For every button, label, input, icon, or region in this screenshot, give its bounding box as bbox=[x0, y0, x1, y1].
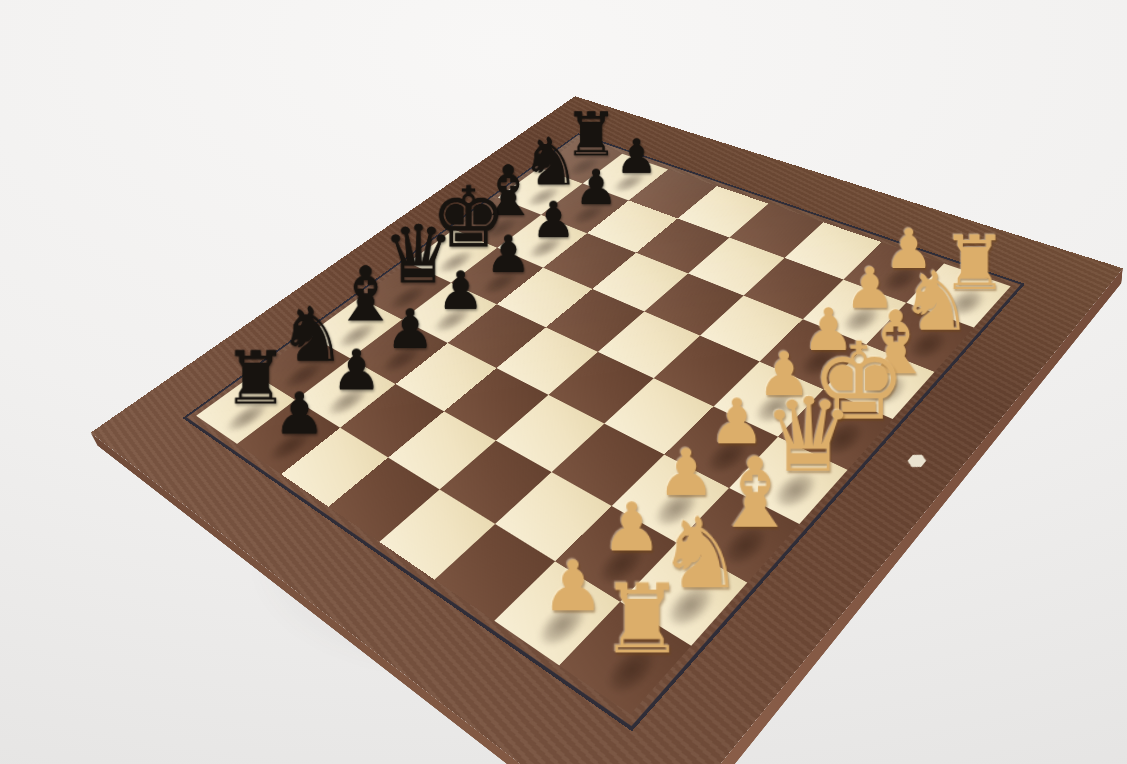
square-f8[interactable]: ♝ bbox=[454, 198, 541, 248]
square-f4[interactable] bbox=[644, 273, 743, 335]
piece-black-king: ♚ bbox=[431, 176, 496, 260]
square-e6[interactable] bbox=[497, 268, 592, 328]
square-e5[interactable] bbox=[546, 289, 645, 352]
piece-shadow bbox=[368, 336, 436, 383]
piece-shadow bbox=[471, 210, 531, 247]
piece-black-queen: ♛ bbox=[382, 215, 449, 295]
perspective-scene: ♜♞♝♛♚♝♞♜♟♟♟♟♟♟♟♟♟♟♟♟♟♟♟♟♜♞♝♛♚♝♞♜ bbox=[0, 0, 1127, 764]
square-b6[interactable] bbox=[340, 384, 444, 457]
piece-shadow bbox=[420, 298, 485, 342]
piece-white-rook: ♜ bbox=[595, 571, 690, 666]
square-g8[interactable]: ♞ bbox=[498, 168, 583, 215]
square-f5[interactable] bbox=[592, 253, 688, 312]
square-g6[interactable] bbox=[587, 200, 677, 252]
square-g7[interactable]: ♟ bbox=[541, 184, 629, 234]
piece-black-bishop: ♝ bbox=[331, 258, 400, 333]
square-e4[interactable] bbox=[598, 311, 700, 378]
square-h5[interactable] bbox=[678, 186, 769, 238]
piece-black-pawn: ♟ bbox=[475, 229, 542, 280]
piece-black-pawn: ♟ bbox=[521, 195, 586, 245]
piece-black-pawn: ♟ bbox=[426, 265, 495, 318]
square-d8[interactable]: ♛ bbox=[360, 262, 452, 319]
piece-black-rook: ♜ bbox=[561, 105, 621, 165]
piece-shadow bbox=[556, 150, 612, 183]
square-g4[interactable] bbox=[688, 238, 784, 296]
piece-black-pawn: ♟ bbox=[564, 163, 627, 212]
piece-black-pawn: ♟ bbox=[606, 133, 668, 180]
piece-black-bishop: ♝ bbox=[477, 157, 540, 226]
square-h4[interactable] bbox=[729, 204, 823, 258]
square-e7[interactable]: ♟ bbox=[451, 248, 543, 304]
board-grid: ♜♞♝♛♚♝♞♜♟♟♟♟♟♟♟♟♟♟♟♟♟♟♟♟♜♞♝♛♚♝♞♜ bbox=[196, 139, 1011, 714]
piece-shadow bbox=[469, 262, 532, 303]
piece-shadow bbox=[515, 228, 576, 267]
piece-shadow bbox=[515, 179, 573, 214]
piece-black-knight: ♞ bbox=[277, 297, 348, 372]
hexagon-inlay-icon bbox=[905, 452, 929, 470]
piece-black-knight: ♞ bbox=[520, 129, 581, 195]
piece-shadow bbox=[376, 277, 440, 319]
square-h7[interactable]: ♟ bbox=[583, 154, 668, 201]
photo-backdrop: ♜♞♝♛♚♝♞♜♟♟♟♟♟♟♟♟♟♟♟♟♟♟♟♟♜♞♝♛♚♝♞♜ bbox=[0, 0, 1127, 764]
piece-black-pawn: ♟ bbox=[262, 385, 337, 443]
board-tilt-wrapper: ♜♞♝♛♚♝♞♜♟♟♟♟♟♟♟♟♟♟♟♟♟♟♟♟♜♞♝♛♚♝♞♜ bbox=[0, 0, 1127, 764]
square-h6[interactable] bbox=[629, 169, 717, 218]
chess-board: ♜♞♝♛♚♝♞♜♟♟♟♟♟♟♟♟♟♟♟♟♟♟♟♟♜♞♝♛♚♝♞♜ bbox=[91, 96, 1123, 764]
square-f7[interactable]: ♟ bbox=[497, 215, 587, 268]
square-c8[interactable]: ♝ bbox=[308, 298, 402, 359]
square-d6[interactable] bbox=[448, 304, 546, 368]
piece-shadow bbox=[425, 243, 487, 282]
piece-shadow bbox=[559, 196, 618, 233]
square-c7[interactable]: ♟ bbox=[351, 320, 448, 385]
piece-shadow bbox=[325, 313, 391, 358]
pinstripe-border: ♜♞♝♛♚♝♞♜♟♟♟♟♟♟♟♟♟♟♟♟♟♟♟♟♜♞♝♛♚♝♞♜ bbox=[183, 133, 1025, 731]
piece-shadow bbox=[601, 165, 658, 199]
square-d7[interactable]: ♟ bbox=[402, 283, 497, 343]
square-e8[interactable]: ♚ bbox=[408, 229, 497, 283]
square-g5[interactable] bbox=[636, 218, 729, 273]
square-c6[interactable] bbox=[396, 343, 497, 411]
piece-black-pawn: ♟ bbox=[375, 302, 446, 356]
square-h8[interactable]: ♜ bbox=[539, 139, 622, 184]
square-f6[interactable] bbox=[543, 233, 636, 289]
